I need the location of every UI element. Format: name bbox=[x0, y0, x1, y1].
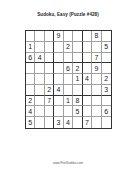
cell-r5c2 bbox=[35, 74, 44, 85]
footer-url: www.PrintSudoku.com bbox=[0, 161, 136, 165]
cell-r9c3 bbox=[45, 117, 54, 128]
cell-r9c8 bbox=[92, 117, 101, 128]
cell-r1c7 bbox=[83, 31, 92, 42]
cell-r3c9 bbox=[102, 53, 111, 64]
cell-r6c6 bbox=[73, 85, 82, 96]
cell-r9c7: 7 bbox=[83, 117, 92, 128]
cell-r4c8: 9 bbox=[92, 63, 101, 74]
cell-r5c6: 1 bbox=[73, 74, 82, 85]
cell-r7c9 bbox=[102, 96, 111, 107]
cell-r1c8: 8 bbox=[92, 31, 101, 42]
sudoku-board: 9812564762914224327184565347 bbox=[25, 30, 112, 129]
cell-r6c5 bbox=[64, 85, 73, 96]
cell-r9c5: 4 bbox=[64, 117, 73, 128]
cell-r7c3: 7 bbox=[45, 96, 54, 107]
cell-r2c4 bbox=[54, 42, 63, 53]
cell-r5c3 bbox=[45, 74, 54, 85]
cell-r8c3 bbox=[45, 106, 54, 117]
cell-r8c8 bbox=[92, 106, 101, 117]
cell-r3c4 bbox=[54, 53, 63, 64]
cell-r2c3 bbox=[45, 42, 54, 53]
cell-r7c8 bbox=[92, 96, 101, 107]
cell-r2c6 bbox=[73, 42, 82, 53]
cell-r7c2 bbox=[35, 96, 44, 107]
cell-r8c5 bbox=[64, 106, 73, 117]
puzzle-title: Sudoku, Easy (Puzzle #428) bbox=[0, 12, 136, 17]
cell-r5c7: 4 bbox=[83, 74, 92, 85]
cell-r2c5: 2 bbox=[64, 42, 73, 53]
cell-r9c2 bbox=[35, 117, 44, 128]
cell-r4c1 bbox=[26, 63, 35, 74]
cell-r1c9 bbox=[102, 31, 111, 42]
cell-r8c4 bbox=[54, 106, 63, 117]
cell-r2c9: 5 bbox=[102, 42, 111, 53]
cell-r4c6: 2 bbox=[73, 63, 82, 74]
cell-r1c1 bbox=[26, 31, 35, 42]
cell-r7c6: 8 bbox=[73, 96, 82, 107]
cell-r2c8 bbox=[92, 42, 101, 53]
cell-r2c2 bbox=[35, 42, 44, 53]
cell-r4c4 bbox=[54, 63, 63, 74]
cell-r1c3 bbox=[45, 31, 54, 42]
cell-r6c2 bbox=[35, 85, 44, 96]
cell-r4c3 bbox=[45, 63, 54, 74]
cell-r5c8 bbox=[92, 74, 101, 85]
cell-r7c1: 2 bbox=[26, 96, 35, 107]
cell-r3c1: 6 bbox=[26, 53, 35, 64]
cell-r3c8: 7 bbox=[92, 53, 101, 64]
cell-r4c9 bbox=[102, 63, 111, 74]
cell-r1c5 bbox=[64, 31, 73, 42]
cell-r6c9: 3 bbox=[102, 85, 111, 96]
cell-r1c2 bbox=[35, 31, 44, 42]
cell-r6c4: 4 bbox=[54, 85, 63, 96]
cell-r6c3: 2 bbox=[45, 85, 54, 96]
cell-r3c3 bbox=[45, 53, 54, 64]
cell-r5c1 bbox=[26, 74, 35, 85]
cell-r2c7 bbox=[83, 42, 92, 53]
cell-r9c9 bbox=[102, 117, 111, 128]
cell-r6c8 bbox=[92, 85, 101, 96]
cell-r1c4: 9 bbox=[54, 31, 63, 42]
cell-r9c6 bbox=[73, 117, 82, 128]
cell-r5c4 bbox=[54, 74, 63, 85]
cell-r6c1 bbox=[26, 85, 35, 96]
cell-r4c2 bbox=[35, 63, 44, 74]
sudoku-printable-page: Sudoku, Easy (Puzzle #428) 9812564762914… bbox=[0, 0, 136, 176]
cell-r5c5 bbox=[64, 74, 73, 85]
cell-r2c1: 1 bbox=[26, 42, 35, 53]
cell-r8c7 bbox=[83, 106, 92, 117]
cell-r8c6: 5 bbox=[73, 106, 82, 117]
cell-r7c7 bbox=[83, 96, 92, 107]
cell-r8c9: 6 bbox=[102, 106, 111, 117]
cell-r3c6 bbox=[73, 53, 82, 64]
cell-r9c4: 3 bbox=[54, 117, 63, 128]
cell-r7c5: 1 bbox=[64, 96, 73, 107]
cell-r9c1: 5 bbox=[26, 117, 35, 128]
cell-r1c6 bbox=[73, 31, 82, 42]
cell-r3c7 bbox=[83, 53, 92, 64]
cell-r3c2: 4 bbox=[35, 53, 44, 64]
cell-r7c4 bbox=[54, 96, 63, 107]
cell-r8c1: 4 bbox=[26, 106, 35, 117]
cell-r5c9: 2 bbox=[102, 74, 111, 85]
cell-r6c7 bbox=[83, 85, 92, 96]
cell-r4c7 bbox=[83, 63, 92, 74]
cell-r8c2 bbox=[35, 106, 44, 117]
cell-r3c5 bbox=[64, 53, 73, 64]
cell-r4c5: 6 bbox=[64, 63, 73, 74]
